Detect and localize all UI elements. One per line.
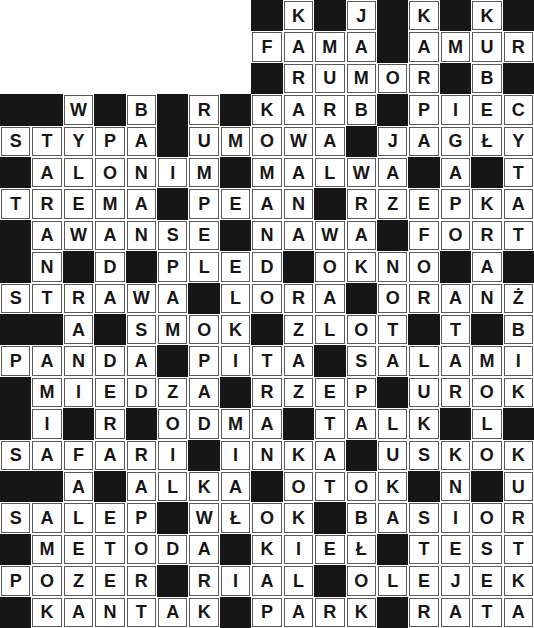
letter-cell-r5-c1[interactable]: S [0, 126, 31, 157]
letter-cell-r4-c10[interactable]: A [283, 94, 314, 125]
letter-cell-r6-c15[interactable]: A [440, 157, 471, 188]
black-cell-r11-c2 [31, 314, 62, 345]
letter-cell-r9-c11[interactable]: O [314, 251, 345, 282]
letter-cell-r15-c11[interactable]: A [314, 440, 345, 471]
letter-cell-r20-c17[interactable]: A [503, 597, 534, 628]
cell-letter: L [419, 352, 430, 370]
letter-cell-r10-c5[interactable]: W [126, 283, 157, 314]
letter-cell-r8-c6[interactable]: S [157, 220, 188, 251]
letter-cell-r5-c3[interactable]: Y [63, 126, 94, 157]
black-cell-r20-c13 [377, 597, 408, 628]
letter-cell-r19-c16[interactable]: E [471, 565, 502, 596]
letter-cell-r9-c16[interactable]: A [471, 251, 502, 282]
cell-letter: M [354, 69, 369, 87]
letter-cell-r20-c5[interactable]: T [126, 597, 157, 628]
letter-cell-r5-c14[interactable]: A [408, 126, 439, 157]
letter-cell-r13-c7[interactable]: A [188, 377, 219, 408]
letter-cell-r6-c9[interactable]: M [251, 157, 282, 188]
letter-cell-r19-c14[interactable]: E [408, 565, 439, 596]
letter-cell-r2-c16[interactable]: U [471, 31, 502, 62]
letter-cell-r17-c8[interactable]: Ł [220, 502, 251, 533]
letter-cell-r12-c14[interactable]: L [408, 345, 439, 376]
black-cell-r11-c1 [0, 314, 31, 345]
letter-cell-r8-c3[interactable]: W [63, 220, 94, 251]
letter-cell-r17-c1[interactable]: S [0, 502, 31, 533]
letter-cell-r19-c5[interactable]: R [126, 565, 157, 596]
cell-letter: T [513, 226, 524, 244]
letter-cell-r7-c14[interactable]: E [408, 188, 439, 219]
letter-cell-r14-c4[interactable]: R [94, 408, 125, 439]
letter-cell-r2-c17[interactable]: R [503, 31, 534, 62]
cell-letter: O [197, 321, 211, 339]
letter-cell-r15-c16[interactable]: O [471, 440, 502, 471]
letter-cell-r4-c11[interactable]: R [314, 94, 345, 125]
letter-cell-r18-c17[interactable]: T [503, 534, 534, 565]
letter-cell-r6-c7[interactable]: M [188, 157, 219, 188]
cell-letter: L [230, 289, 241, 307]
letter-cell-r15-c10[interactable]: K [283, 440, 314, 471]
letter-cell-r8-c16[interactable]: R [471, 220, 502, 251]
letter-cell-r20-c14[interactable]: R [408, 597, 439, 628]
letter-cell-r18-c4[interactable]: T [94, 534, 125, 565]
letter-cell-r11-c8[interactable]: K [220, 314, 251, 345]
letter-cell-r1-c16[interactable]: K [471, 0, 502, 31]
letter-cell-r6-c3[interactable]: L [63, 157, 94, 188]
letter-cell-r18-c15[interactable]: E [440, 534, 471, 565]
letter-cell-r11-c5[interactable]: S [126, 314, 157, 345]
letter-cell-r13-c16[interactable]: O [471, 377, 502, 408]
black-cell-r4-c6 [157, 94, 188, 125]
letter-cell-r4-c17[interactable]: C [503, 94, 534, 125]
letter-cell-r15-c5[interactable]: R [126, 440, 157, 471]
letter-cell-r11-c7[interactable]: O [188, 314, 219, 345]
letter-cell-r20-c3[interactable]: A [63, 597, 94, 628]
letter-cell-r17-c15[interactable]: I [440, 502, 471, 533]
letter-cell-r3-c16[interactable]: B [471, 63, 502, 94]
black-cell-r15-c12 [346, 440, 377, 471]
letter-cell-r10-c2[interactable]: T [31, 283, 62, 314]
letter-cell-r2-c14[interactable]: A [408, 31, 439, 62]
letter-cell-r13-c12[interactable]: P [346, 377, 377, 408]
letter-cell-r12-c2[interactable]: A [31, 345, 62, 376]
letter-cell-r12-c8[interactable]: I [220, 345, 251, 376]
letter-cell-r8-c2[interactable]: A [31, 220, 62, 251]
letter-cell-r10-c6[interactable]: A [157, 283, 188, 314]
letter-cell-r6-c17[interactable]: T [503, 157, 534, 188]
letter-cell-r4-c9[interactable]: K [251, 94, 282, 125]
letter-cell-r7-c15[interactable]: P [440, 188, 471, 219]
letter-cell-r6-c4[interactable]: O [94, 157, 125, 188]
cell-letter: E [104, 383, 116, 401]
letter-cell-r14-c14[interactable]: K [408, 408, 439, 439]
letter-cell-r17-c9[interactable]: O [251, 502, 282, 533]
letter-cell-r13-c2[interactable]: M [31, 377, 62, 408]
letter-cell-r15-c9[interactable]: N [251, 440, 282, 471]
cell-letter: A [512, 603, 525, 621]
cell-letter: A [166, 603, 179, 621]
letter-cell-r20-c7[interactable]: K [188, 597, 219, 628]
letter-cell-r2-c11[interactable]: M [314, 31, 345, 62]
letter-cell-r12-c1[interactable]: P [0, 345, 31, 376]
letter-cell-r16-c15[interactable]: N [440, 471, 471, 502]
cell-letter: O [260, 509, 274, 527]
letter-cell-r19-c12[interactable]: O [346, 565, 377, 596]
letter-cell-r18-c14[interactable]: T [408, 534, 439, 565]
letter-cell-r1-c12[interactable]: J [346, 0, 377, 31]
cell-letter: K [198, 478, 211, 496]
letter-cell-r5-c9[interactable]: O [251, 126, 282, 157]
letter-cell-r13-c15[interactable]: R [440, 377, 471, 408]
letter-cell-r18-c2[interactable]: M [31, 534, 62, 565]
letter-cell-r12-c13[interactable]: A [377, 345, 408, 376]
letter-cell-r18-c12[interactable]: Ł [346, 534, 377, 565]
letter-cell-r10-c1[interactable]: S [0, 283, 31, 314]
letter-cell-r3-c10[interactable]: R [283, 63, 314, 94]
cell-letter: A [166, 289, 179, 307]
letter-cell-r4-c16[interactable]: E [471, 94, 502, 125]
letter-cell-r12-c16[interactable]: M [471, 345, 502, 376]
cell-letter: O [134, 540, 148, 558]
letter-cell-r1-c10[interactable]: K [283, 0, 314, 31]
black-cell-r16-c9 [251, 471, 282, 502]
letter-cell-r9-c4[interactable]: D [94, 251, 125, 282]
black-cell-r3-c17 [503, 63, 534, 94]
letter-cell-r14-c16[interactable]: L [471, 408, 502, 439]
letter-cell-r2-c9[interactable]: F [251, 31, 282, 62]
letter-cell-r12-c12[interactable]: S [346, 345, 377, 376]
letter-cell-r13-c5[interactable]: D [126, 377, 157, 408]
letter-cell-r15-c17[interactable]: K [503, 440, 534, 471]
void-area-r3-c5 [126, 63, 157, 94]
letter-cell-r14-c9[interactable]: A [251, 408, 282, 439]
letter-cell-r15-c3[interactable]: F [63, 440, 94, 471]
cell-letter: O [354, 321, 368, 339]
cell-letter: W [70, 226, 87, 244]
letter-cell-r14-c6[interactable]: O [157, 408, 188, 439]
letter-cell-r7-c9[interactable]: A [251, 188, 282, 219]
cell-letter: E [418, 195, 430, 213]
letter-cell-r8-c14[interactable]: F [408, 220, 439, 251]
letter-cell-r10-c4[interactable]: A [94, 283, 125, 314]
letter-cell-r17-c5[interactable]: P [126, 502, 157, 533]
cell-letter: K [355, 603, 368, 621]
letter-cell-r18-c5[interactable]: O [126, 534, 157, 565]
letter-cell-r2-c15[interactable]: M [440, 31, 471, 62]
cell-letter: E [449, 540, 461, 558]
cell-letter: A [135, 195, 148, 213]
letter-cell-r17-c7[interactable]: W [188, 502, 219, 533]
letter-cell-r15-c8[interactable]: I [220, 440, 251, 471]
letter-cell-r5-c16[interactable]: Ł [471, 126, 502, 157]
letter-cell-r6-c10[interactable]: A [283, 157, 314, 188]
cell-letter: F [261, 38, 272, 56]
letter-cell-r6-c5[interactable]: N [126, 157, 157, 188]
cell-letter: A [41, 509, 54, 527]
cell-letter: L [324, 164, 335, 182]
letter-cell-r12-c17[interactable]: I [503, 345, 534, 376]
letter-cell-r19-c8[interactable]: I [220, 565, 251, 596]
letter-cell-r10-c9[interactable]: O [251, 283, 282, 314]
letter-cell-r10-c13[interactable]: O [377, 283, 408, 314]
letter-cell-r17-c16[interactable]: O [471, 502, 502, 533]
letter-cell-r5-c5[interactable]: A [126, 126, 157, 157]
letter-cell-r5-c10[interactable]: W [283, 126, 314, 157]
letter-cell-r16-c5[interactable]: A [126, 471, 157, 502]
letter-cell-r10-c14[interactable]: R [408, 283, 439, 314]
letter-cell-r7-c3[interactable]: E [63, 188, 94, 219]
letter-cell-r20-c11[interactable]: R [314, 597, 345, 628]
letter-cell-r5-c2[interactable]: T [31, 126, 62, 157]
black-cell-r1-c9 [251, 0, 282, 31]
letter-cell-r13-c6[interactable]: Z [157, 377, 188, 408]
letter-cell-r20-c12[interactable]: K [346, 597, 377, 628]
letter-cell-r8-c15[interactable]: O [440, 220, 471, 251]
cell-letter: T [513, 164, 524, 182]
letter-cell-r5-c8[interactable]: M [220, 126, 251, 157]
letter-cell-r8-c4[interactable]: A [94, 220, 125, 251]
letter-cell-r19-c15[interactable]: J [440, 565, 471, 596]
letter-cell-r10-c17[interactable]: Ż [503, 283, 534, 314]
letter-cell-r17-c3[interactable]: L [63, 502, 94, 533]
letter-cell-r12-c5[interactable]: A [126, 345, 157, 376]
letter-cell-r3-c14[interactable]: R [408, 63, 439, 94]
letter-cell-r2-c12[interactable]: A [346, 31, 377, 62]
letter-cell-r8-c9[interactable]: N [251, 220, 282, 251]
letter-cell-r11-c15[interactable]: T [440, 314, 471, 345]
letter-cell-r8-c17[interactable]: T [503, 220, 534, 251]
letter-cell-r9-c8[interactable]: E [220, 251, 251, 282]
letter-cell-r16-c3[interactable]: A [63, 471, 94, 502]
letter-cell-r13-c10[interactable]: Z [283, 377, 314, 408]
letter-cell-r18-c3[interactable]: E [63, 534, 94, 565]
black-cell-r11-c4 [94, 314, 125, 345]
letter-cell-r15-c14[interactable]: S [408, 440, 439, 471]
letter-cell-r14-c2[interactable]: I [31, 408, 62, 439]
letter-cell-r10-c8[interactable]: L [220, 283, 251, 314]
letter-cell-r15-c2[interactable]: A [31, 440, 62, 471]
letter-cell-r20-c10[interactable]: A [283, 597, 314, 628]
letter-cell-r18-c6[interactable]: D [157, 534, 188, 565]
letter-cell-r20-c15[interactable]: A [440, 597, 471, 628]
cell-letter: J [388, 132, 398, 150]
letter-cell-r19-c17[interactable]: K [503, 565, 534, 596]
letter-cell-r17-c12[interactable]: B [346, 502, 377, 533]
letter-cell-r7-c10[interactable]: N [283, 188, 314, 219]
letter-cell-r6-c12[interactable]: W [346, 157, 377, 188]
letter-cell-r13-c17[interactable]: K [503, 377, 534, 408]
letter-cell-r10-c3[interactable]: R [63, 283, 94, 314]
letter-cell-r6-c13[interactable]: A [377, 157, 408, 188]
letter-cell-r15-c15[interactable]: K [440, 440, 471, 471]
letter-cell-r3-c12[interactable]: M [346, 63, 377, 94]
black-cell-r14-c10 [283, 408, 314, 439]
letter-cell-r9-c7[interactable]: L [188, 251, 219, 282]
letter-cell-r9-c14[interactable]: O [408, 251, 439, 282]
letter-cell-r14-c12[interactable]: A [346, 408, 377, 439]
letter-cell-r17-c14[interactable]: S [408, 502, 439, 533]
letter-cell-r5-c11[interactable]: A [314, 126, 345, 157]
letter-cell-r14-c8[interactable]: M [220, 408, 251, 439]
letter-cell-r5-c7[interactable]: U [188, 126, 219, 157]
letter-cell-r11-c12[interactable]: O [346, 314, 377, 345]
letter-cell-r10-c11[interactable]: A [314, 283, 345, 314]
letter-cell-r4-c7[interactable]: R [188, 94, 219, 125]
letter-cell-r17-c2[interactable]: A [31, 502, 62, 533]
letter-cell-r11-c10[interactable]: Z [283, 314, 314, 345]
letter-cell-r16-c10[interactable]: O [283, 471, 314, 502]
letter-cell-r8-c10[interactable]: A [283, 220, 314, 251]
letter-cell-r5-c15[interactable]: G [440, 126, 471, 157]
letter-cell-r17-c17[interactable]: R [503, 502, 534, 533]
black-cell-r19-c6 [157, 565, 188, 596]
letter-cell-r7-c2[interactable]: R [31, 188, 62, 219]
cell-letter: Y [512, 132, 524, 150]
letter-cell-r20-c16[interactable]: T [471, 597, 502, 628]
letter-cell-r5-c13[interactable]: J [377, 126, 408, 157]
letter-cell-r8-c5[interactable]: N [126, 220, 157, 251]
cell-letter: R [418, 69, 431, 87]
letter-cell-r9-c12[interactable]: K [346, 251, 377, 282]
letter-cell-r7-c17[interactable]: A [503, 188, 534, 219]
letter-cell-r12-c9[interactable]: T [251, 345, 282, 376]
letter-cell-r8-c12[interactable]: A [346, 220, 377, 251]
letter-cell-r7-c12[interactable]: R [346, 188, 377, 219]
letter-cell-r7-c13[interactable]: Z [377, 188, 408, 219]
letter-cell-r18-c9[interactable]: K [251, 534, 282, 565]
cell-letter: L [324, 321, 335, 339]
cell-letter: R [41, 195, 54, 213]
letter-cell-r18-c11[interactable]: E [314, 534, 345, 565]
letter-cell-r18-c7[interactable]: A [188, 534, 219, 565]
letter-cell-r13-c9[interactable]: R [251, 377, 282, 408]
letter-cell-r9-c9[interactable]: D [251, 251, 282, 282]
cell-letter: A [449, 603, 462, 621]
letter-cell-r6-c6[interactable]: I [157, 157, 188, 188]
void-area-r1-c2 [31, 0, 62, 31]
black-cell-r1-c13 [377, 0, 408, 31]
letter-cell-r13-c4[interactable]: E [94, 377, 125, 408]
letter-cell-r15-c6[interactable]: I [157, 440, 188, 471]
letter-cell-r7-c8[interactable]: E [220, 188, 251, 219]
letter-cell-r16-c17[interactable]: U [503, 471, 534, 502]
letter-cell-r7-c16[interactable]: K [471, 188, 502, 219]
letter-cell-r11-c17[interactable]: B [503, 314, 534, 345]
black-cell-r15-c7 [188, 440, 219, 471]
letter-cell-r16-c13[interactable]: K [377, 471, 408, 502]
letter-cell-r19-c9[interactable]: A [251, 565, 282, 596]
letter-cell-r9-c13[interactable]: N [377, 251, 408, 282]
letter-cell-r1-c14[interactable]: K [408, 0, 439, 31]
cell-letter: D [103, 352, 116, 370]
letter-cell-r19-c10[interactable]: L [283, 565, 314, 596]
letter-cell-r20-c6[interactable]: A [157, 597, 188, 628]
cell-letter: P [135, 509, 147, 527]
letter-cell-r20-c4[interactable]: N [94, 597, 125, 628]
letter-cell-r11-c11[interactable]: L [314, 314, 345, 345]
letter-cell-r12-c15[interactable]: A [440, 345, 471, 376]
letter-cell-r6-c2[interactable]: A [31, 157, 62, 188]
void-area-r1-c4 [94, 0, 125, 31]
letter-cell-r8-c7[interactable]: E [188, 220, 219, 251]
letter-cell-r15-c13[interactable]: U [377, 440, 408, 471]
letter-cell-r15-c1[interactable]: S [0, 440, 31, 471]
cell-letter: A [355, 226, 368, 244]
letter-cell-r19-c1[interactable]: P [0, 565, 31, 596]
letter-cell-r19-c4[interactable]: E [94, 565, 125, 596]
letter-cell-r16-c6[interactable]: L [157, 471, 188, 502]
letter-cell-r7-c5[interactable]: A [126, 188, 157, 219]
letter-cell-r14-c11[interactable]: T [314, 408, 345, 439]
letter-cell-r16-c12[interactable]: O [346, 471, 377, 502]
letter-cell-r19-c7[interactable]: R [188, 565, 219, 596]
letter-cell-r10-c15[interactable]: A [440, 283, 471, 314]
letter-cell-r11-c6[interactable]: M [157, 314, 188, 345]
letter-cell-r3-c11[interactable]: U [314, 63, 345, 94]
letter-cell-r19-c3[interactable]: Z [63, 565, 94, 596]
letter-cell-r15-c4[interactable]: A [94, 440, 125, 471]
letter-cell-r12-c7[interactable]: P [188, 345, 219, 376]
letter-cell-r12-c3[interactable]: N [63, 345, 94, 376]
letter-cell-r6-c11[interactable]: L [314, 157, 345, 188]
letter-cell-r9-c6[interactable]: P [157, 251, 188, 282]
letter-cell-r13-c11[interactable]: E [314, 377, 345, 408]
letter-cell-r12-c4[interactable]: D [94, 345, 125, 376]
letter-cell-r16-c7[interactable]: K [188, 471, 219, 502]
letter-cell-r12-c10[interactable]: A [283, 345, 314, 376]
letter-cell-r14-c7[interactable]: D [188, 408, 219, 439]
letter-cell-r13-c3[interactable]: I [63, 377, 94, 408]
letter-cell-r18-c10[interactable]: I [283, 534, 314, 565]
letter-cell-r19-c13[interactable]: L [377, 565, 408, 596]
letter-cell-r2-c10[interactable]: A [283, 31, 314, 62]
black-cell-r6-c1 [0, 157, 31, 188]
letter-cell-r5-c4[interactable]: P [94, 126, 125, 157]
cell-letter: O [40, 572, 54, 590]
letter-cell-r4-c15[interactable]: I [440, 94, 471, 125]
cell-letter: Y [73, 132, 85, 150]
letter-cell-r4-c12[interactable]: B [346, 94, 377, 125]
letter-cell-r3-c13[interactable]: O [377, 63, 408, 94]
letter-cell-r11-c13[interactable]: T [377, 314, 408, 345]
letter-cell-r10-c16[interactable]: N [471, 283, 502, 314]
letter-cell-r10-c10[interactable]: R [283, 283, 314, 314]
letter-cell-r17-c13[interactable]: A [377, 502, 408, 533]
letter-cell-r19-c2[interactable]: O [31, 565, 62, 596]
letter-cell-r16-c11[interactable]: T [314, 471, 345, 502]
letter-cell-r11-c3[interactable]: A [63, 314, 94, 345]
letter-cell-r5-c17[interactable]: Y [503, 126, 534, 157]
letter-cell-r16-c8[interactable]: A [220, 471, 251, 502]
cell-letter: L [481, 415, 492, 433]
letter-cell-r9-c2[interactable]: N [31, 251, 62, 282]
letter-cell-r17-c10[interactable]: K [283, 502, 314, 533]
letter-cell-r13-c14[interactable]: U [408, 377, 439, 408]
letter-cell-r7-c4[interactable]: M [94, 188, 125, 219]
letter-cell-r18-c16[interactable]: S [471, 534, 502, 565]
letter-cell-r7-c1[interactable]: T [0, 188, 31, 219]
letter-cell-r8-c11[interactable]: W [314, 220, 345, 251]
letter-cell-r14-c13[interactable]: L [377, 408, 408, 439]
letter-cell-r7-c7[interactable]: P [188, 188, 219, 219]
letter-cell-r4-c14[interactable]: P [408, 94, 439, 125]
letter-cell-r17-c4[interactable]: E [94, 502, 125, 533]
cell-letter: O [291, 478, 305, 496]
letter-cell-r20-c9[interactable]: P [251, 597, 282, 628]
letter-cell-r4-c5[interactable]: B [126, 94, 157, 125]
cell-letter: L [167, 478, 178, 496]
letter-cell-r4-c3[interactable]: W [63, 94, 94, 125]
letter-cell-r20-c2[interactable]: K [31, 597, 62, 628]
